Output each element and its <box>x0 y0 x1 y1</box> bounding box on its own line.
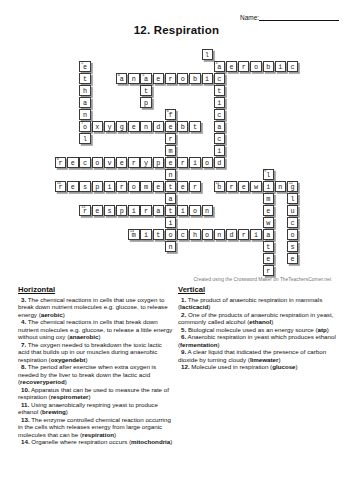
grid-cell-r13c9: t <box>165 205 176 216</box>
cell-letter: i <box>264 182 273 192</box>
cell-letter: m <box>166 146 175 156</box>
name-label: Name: <box>240 14 259 21</box>
grid-cell-r9c3: o <box>92 157 103 168</box>
cell-letter: v <box>105 158 114 168</box>
grid-cell-r4c2: a <box>79 97 90 108</box>
cell-letter: i <box>190 158 199 168</box>
grid-cell-r11c18: n <box>275 181 286 192</box>
grid-cell-r5c13: c <box>214 109 225 120</box>
grid-cell-r6c10: b <box>177 121 188 132</box>
clue-answer: glucose <box>272 363 295 370</box>
clue-number: 9 <box>264 170 266 174</box>
clue-num-label: 14. <box>21 438 30 445</box>
cell-letter: e <box>239 182 248 192</box>
cell-letter: n <box>141 122 150 132</box>
cell-letter: r <box>190 182 199 192</box>
grid-cell-r2c12: i <box>202 73 213 84</box>
clue-answer: recoveryperiod <box>20 378 65 385</box>
cell-letter: r <box>141 206 150 216</box>
grid-cell-r13c5: p <box>116 205 127 216</box>
grid-cell-r12c19: l <box>287 193 298 204</box>
grid-cell-r12c9: a <box>165 193 176 204</box>
cell-letter: o <box>190 206 199 216</box>
grid-cell-r2c10: o <box>177 73 188 84</box>
cell-letter: m <box>264 194 273 204</box>
cell-letter: t <box>166 182 175 192</box>
clue-number: 10 <box>57 182 61 186</box>
grid-cell-r16c9: n <box>165 241 176 252</box>
cell-letter: y <box>141 158 150 168</box>
cell-letter: t <box>215 86 224 96</box>
grid-cell-r11c1: e <box>67 181 78 192</box>
grid-cell-r13c10: i <box>177 205 188 216</box>
clue-num-label: 11. <box>21 401 29 408</box>
grid-cell-r6c3: x <box>92 121 103 132</box>
cell-letter: r <box>264 266 273 276</box>
grid-cell-r4c13: i <box>214 97 225 108</box>
cell-letter: c <box>178 230 187 240</box>
cell-letter: e <box>264 206 273 216</box>
cell-letter: e <box>288 254 297 264</box>
grid-cell-r2c6: n <box>128 73 139 84</box>
grid-cell-r13c7: r <box>140 205 151 216</box>
cell-letter: p <box>117 206 126 216</box>
grid-cell-r13c17: e <box>263 205 274 216</box>
grid-cell-r6c2: 7o <box>79 121 90 132</box>
grid-cell-r16c17: t <box>263 241 274 252</box>
grid-cell-r9c11: i <box>189 157 200 168</box>
grid-cell-r13c12: n <box>202 205 213 216</box>
clue-answer: fermentation <box>180 341 217 348</box>
cell-letter: h <box>80 86 89 96</box>
cell-letter: s <box>80 182 89 192</box>
grid-cell-r11c10: e <box>177 181 188 192</box>
grid-cell-r9c6: r <box>128 157 139 168</box>
cell-letter: a <box>215 122 224 132</box>
cell-letter: i <box>166 218 175 228</box>
grid-cell-r5c2: n <box>79 109 90 120</box>
grid-cell-r6c9: e <box>165 121 176 132</box>
worksheet-page: Name: 12. Respiration l2e3aerobict4an5ae… <box>0 0 353 500</box>
grid-cell-r6c13: a <box>214 121 225 132</box>
clue-v-5: 5. Biological molecule used as an energy… <box>178 326 346 334</box>
cell-letter: p <box>93 182 102 192</box>
grid-cell-r15c6: 14m <box>128 229 139 240</box>
grid-cell-r7c2: l <box>79 133 90 144</box>
grid-cell-r4c7: p <box>140 97 151 108</box>
clue-v-2: 2. One of the products of anaerobic resp… <box>178 311 346 326</box>
cell-letter: c <box>80 158 89 168</box>
grid-cell-r9c12: o <box>202 157 213 168</box>
clue-number: 14 <box>130 230 134 234</box>
cell-letter: d <box>215 158 224 168</box>
clue-answer: atp <box>318 326 327 333</box>
grid-cell-r1c14: e <box>226 61 237 72</box>
grid-cell-r2c2: t <box>79 73 90 84</box>
grid-cell-r6c4: y <box>104 121 115 132</box>
clue-answer: ethanol <box>249 318 271 325</box>
clue-answer: anaerobic <box>69 333 98 340</box>
grid-cell-r6c7: n <box>140 121 151 132</box>
grid-cell-r6c11: t <box>189 121 200 132</box>
grid-cell-r2c7: 5a <box>140 73 151 84</box>
cell-letter: r <box>227 182 236 192</box>
grid-cell-r17c19: e <box>287 253 298 264</box>
cell-letter: e <box>178 182 187 192</box>
clue-num-label: 2. <box>181 311 186 318</box>
clue-number: 5 <box>142 74 144 78</box>
grid-cell-r13c2: 13r <box>79 205 90 216</box>
clue-h-7: 7. The oxygen needed to breakdown the to… <box>18 341 173 364</box>
cell-letter: a <box>264 230 273 240</box>
cell-letter: t <box>154 230 163 240</box>
clue-answer: brewing <box>42 408 66 415</box>
grid-cell-r11c4: i <box>104 181 115 192</box>
grid-cell-r11c19: 12g <box>287 181 298 192</box>
grid-cell-r8c13: i <box>214 145 225 156</box>
cell-letter: a <box>80 98 89 108</box>
grid-cell-r11c3: p <box>92 181 103 192</box>
cell-letter: n <box>276 182 285 192</box>
grid-cell-r9c7: y <box>140 157 151 168</box>
grid-cell-r9c13: d <box>214 157 225 168</box>
cell-letter: i <box>215 98 224 108</box>
clue-num-label: 10. <box>21 386 30 393</box>
cell-letter: i <box>203 74 212 84</box>
cell-letter: b <box>190 74 199 84</box>
grid-cell-r11c11: r <box>189 181 200 192</box>
grid-cell-r11c15: e <box>238 181 249 192</box>
clue-answer: limewater <box>250 356 279 363</box>
cell-letter: l <box>80 134 89 144</box>
cell-letter: e <box>68 158 77 168</box>
cell-letter: l <box>288 194 297 204</box>
cell-letter: n <box>203 206 212 216</box>
grid-cell-r15c8: t <box>153 229 164 240</box>
clue-v-1: 1. The product of anaerobic respiration … <box>178 296 346 311</box>
grid-cell-r9c10: r <box>177 157 188 168</box>
clue-h-11: 11. Using anaerobically respiring yeast … <box>18 401 173 416</box>
clue-num-label: 6. <box>181 333 186 340</box>
grid-cell-r1c13: 3a <box>214 61 225 72</box>
name-field: Name: <box>240 13 339 21</box>
grid-cell-r0c12: l <box>202 49 213 60</box>
clue-v-6: 6. Anaerobic respiration in yeast which … <box>178 333 346 348</box>
clue-num-label: 1. <box>181 296 186 303</box>
vertical-clues-column: Vertical 1. The product of anaerobic res… <box>178 285 346 446</box>
clue-h-14: 14. Organelle where respiration occurs (… <box>18 438 173 446</box>
cell-letter: c <box>215 110 224 120</box>
grid-cell-r6c8: d <box>153 121 164 132</box>
grid-cell-r15c7: i <box>140 229 151 240</box>
grid-cell-r9c5: e <box>116 157 127 168</box>
grid-cell-r9c9: e <box>165 157 176 168</box>
grid-cell-r11c7: m <box>140 181 151 192</box>
grid-cell-r3c13: t <box>214 85 225 96</box>
clue-num-label: 8. <box>21 363 26 370</box>
grid-cell-r14c17: w <box>263 217 274 228</box>
grid-cell-r15c16: i <box>250 229 261 240</box>
grid-cell-r15c17: a <box>263 229 274 240</box>
cell-letter: o <box>203 158 212 168</box>
grid-cell-r2c11: b <box>189 73 200 84</box>
cell-letter: t <box>190 122 199 132</box>
grid-cell-r7c13: c <box>214 133 225 144</box>
cell-letter: e <box>68 182 77 192</box>
cell-letter: e <box>129 122 138 132</box>
cell-letter: i <box>178 206 187 216</box>
cell-letter: s <box>288 242 297 252</box>
cell-letter: c <box>215 74 224 84</box>
grid-cell-r13c4: s <box>104 205 115 216</box>
cell-letter: t <box>141 86 150 96</box>
grid-cell-r15c9: o <box>165 229 176 240</box>
cell-letter: o <box>93 158 102 168</box>
grid-cell-r1c2: 2e <box>79 61 90 72</box>
horizontal-clues-list: 3. The chemical reactions in cells that … <box>18 296 173 446</box>
clue-answer: respirometer <box>51 393 89 400</box>
grid-cell-r12c17: m <box>263 193 274 204</box>
grid-cell-r3c2: h <box>79 85 90 96</box>
cell-letter: o <box>288 230 297 240</box>
cell-letter: y <box>105 122 114 132</box>
cell-letter: o <box>251 62 260 72</box>
clue-answer: aerobic <box>41 311 63 318</box>
grid-cell-r9c8: p <box>153 157 164 168</box>
clue-answer: respiration <box>82 431 114 438</box>
clue-v-9: 9. A clear liquid that indicated the pre… <box>178 348 346 363</box>
cell-letter: d <box>227 230 236 240</box>
grid-cell-r13c6: i <box>128 205 139 216</box>
grid-cell-r11c5: r <box>116 181 127 192</box>
grid-cell-r9c4: v <box>104 157 115 168</box>
clue-h-13: 13. The enzyme controlled chemical react… <box>18 416 173 439</box>
cell-letter: r <box>166 74 175 84</box>
grid-cell-r15c11: h <box>189 229 200 240</box>
cell-letter: r <box>117 182 126 192</box>
clue-number: 12 <box>289 182 293 186</box>
grid-cell-r13c11: o <box>189 205 200 216</box>
grid-cell-r1c19: c <box>287 61 298 72</box>
grid-cell-r11c2: s <box>79 181 90 192</box>
cell-letter: i <box>276 62 285 72</box>
cell-letter: n <box>80 110 89 120</box>
cell-letter: i <box>129 206 138 216</box>
clue-num-label: 13. <box>21 416 30 423</box>
cell-letter: e <box>154 74 163 84</box>
grid-cell-r11c6: o <box>128 181 139 192</box>
grid-cell-r9c1: e <box>67 157 78 168</box>
clues-section: Horizontal 3. The chemical reactions in … <box>18 285 346 446</box>
cell-letter: x <box>93 122 102 132</box>
clue-num-label: 4. <box>21 318 26 325</box>
cell-letter: u <box>288 206 297 216</box>
grid-cell-r2c5: 4a <box>116 73 127 84</box>
cell-letter: p <box>141 98 150 108</box>
grid-cell-r2c13: c <box>214 73 225 84</box>
grid-cell-r11c9: t <box>165 181 176 192</box>
grid-cell-r16c19: s <box>287 241 298 252</box>
cell-letter: e <box>117 158 126 168</box>
cell-letter: o <box>166 230 175 240</box>
clue-num-label: 9. <box>181 348 186 355</box>
clue-h-3: 3. The chemical reactions in cells that … <box>18 296 173 319</box>
cell-letter: g <box>117 122 126 132</box>
crossword-grid: l2e3aerobict4an5aerobichttapin6fc7oxygen… <box>55 49 301 279</box>
cell-letter: b <box>178 122 187 132</box>
grid-cell-r11c13: 11b <box>214 181 225 192</box>
cell-letter: e <box>264 254 273 264</box>
grid-cell-r14c19: c <box>287 217 298 228</box>
clue-number: 2 <box>81 62 83 66</box>
clue-h-10: 10. Apparatus that can be used to measur… <box>18 386 173 401</box>
grid-cell-r6c5: g <box>116 121 127 132</box>
clue-number: 7 <box>81 122 83 126</box>
cell-letter: e <box>154 182 163 192</box>
grid-cell-r15c13: n <box>214 229 225 240</box>
cell-letter: m <box>141 182 150 192</box>
clue-number: 8 <box>57 158 59 162</box>
grid-cell-r11c17: i <box>263 181 274 192</box>
vertical-clues-list: 1. The product of anaerobic respiration … <box>178 296 346 371</box>
clue-num-label: 3. <box>21 296 26 303</box>
cell-letter: t <box>80 74 89 84</box>
cell-letter: i <box>215 146 224 156</box>
grid-cell-r14c9: i <box>165 217 176 228</box>
grid-cell-r15c19: o <box>287 229 298 240</box>
grid-cell-r15c14: d <box>226 229 237 240</box>
cell-letter: h <box>190 230 199 240</box>
grid-cell-r15c12: o <box>202 229 213 240</box>
cell-letter: r <box>166 134 175 144</box>
clue-v-12: 12. Molecule used in respiration (glucos… <box>178 363 346 371</box>
cell-letter: r <box>239 62 248 72</box>
cell-letter: t <box>166 206 175 216</box>
grid-cell-r11c16: w <box>250 181 261 192</box>
grid-cell-r1c17: b <box>263 61 274 72</box>
cell-letter: c <box>288 218 297 228</box>
grid-cell-r13c19: u <box>287 205 298 216</box>
grid-cell-r7c9: r <box>165 133 176 144</box>
grid-cell-r10c9: n <box>165 169 176 180</box>
cell-letter: c <box>215 134 224 144</box>
page-title: 12. Respiration <box>0 24 353 36</box>
cell-letter: o <box>178 74 187 84</box>
cell-letter: e <box>227 62 236 72</box>
horizontal-clues-column: Horizontal 3. The chemical reactions in … <box>18 285 173 446</box>
grid-cell-r11c14: r <box>226 181 237 192</box>
grid-cell-r6c6: e <box>128 121 139 132</box>
grid-cell-r2c9: r <box>165 73 176 84</box>
cell-letter: t <box>264 242 273 252</box>
cell-letter: a <box>154 206 163 216</box>
cell-letter: i <box>105 182 114 192</box>
grid-cell-r9c2: c <box>79 157 90 168</box>
grid-cell-r1c18: i <box>275 61 286 72</box>
cell-letter: e <box>166 122 175 132</box>
cell-letter: n <box>166 170 175 180</box>
horizontal-clues-header: Horizontal <box>18 285 173 294</box>
grid-cell-r17c17: e <box>263 253 274 264</box>
vertical-clues-header: Vertical <box>178 285 346 294</box>
clue-answer: oxygendebt <box>51 356 86 363</box>
cell-letter: o <box>203 230 212 240</box>
grid-cell-r10c17: 9l <box>263 169 274 180</box>
cell-letter: o <box>129 182 138 192</box>
cell-letter: w <box>251 182 260 192</box>
cell-letter: w <box>264 218 273 228</box>
clue-number: 3 <box>216 62 218 66</box>
clue-h-4: 4. The chemical reactions in cells that … <box>18 318 173 341</box>
cell-letter: s <box>105 206 114 216</box>
grid-cell-r9c0: 8r <box>55 157 66 168</box>
grid-cell-r5c9: 6f <box>165 109 176 120</box>
cell-letter: e <box>166 158 175 168</box>
attribution-text: Created using the Crossword Maker on The… <box>0 277 331 282</box>
clue-answer: lacticacid <box>180 303 208 310</box>
cell-letter: n <box>129 74 138 84</box>
clue-number: 6 <box>167 110 169 114</box>
clue-number: 4 <box>118 74 120 78</box>
cell-letter: l <box>203 50 212 60</box>
clue-num-label: 5. <box>181 326 186 333</box>
clue-number: 13 <box>81 206 85 210</box>
cell-letter: r <box>129 158 138 168</box>
cell-letter: r <box>178 158 187 168</box>
cell-letter: i <box>141 230 150 240</box>
grid-cell-r1c15: r <box>238 61 249 72</box>
clue-h-8: 8. The period after exercise when extra … <box>18 363 173 386</box>
cell-letter: n <box>166 242 175 252</box>
cell-letter: a <box>166 194 175 204</box>
grid-cell-r15c10: c <box>177 229 188 240</box>
cell-letter: p <box>154 158 163 168</box>
clue-number: 11 <box>216 182 220 186</box>
grid-cell-r13c3: e <box>92 205 103 216</box>
cell-letter: d <box>154 122 163 132</box>
name-blank-line <box>259 13 339 21</box>
grid-cell-r13c8: a <box>153 205 164 216</box>
grid-cell-r8c9: m <box>165 145 176 156</box>
clue-num-label: 7. <box>21 341 26 348</box>
clue-num-label: 12. <box>181 363 190 370</box>
grid-cell-r18c17: r <box>263 265 274 276</box>
cell-letter: e <box>93 206 102 216</box>
clue-answer: mitochondria <box>131 438 170 445</box>
cell-letter: c <box>288 62 297 72</box>
grid-cell-r3c7: t <box>140 85 151 96</box>
cell-letter: b <box>264 62 273 72</box>
cell-letter: i <box>251 230 260 240</box>
grid-cell-r15c15: r <box>238 229 249 240</box>
grid-cell-r11c8: e <box>153 181 164 192</box>
grid-cell-r2c8: e <box>153 73 164 84</box>
cell-letter: n <box>215 230 224 240</box>
cell-letter: r <box>239 230 248 240</box>
grid-cell-r11c0: 10r <box>55 181 66 192</box>
grid-cell-r1c16: o <box>250 61 261 72</box>
